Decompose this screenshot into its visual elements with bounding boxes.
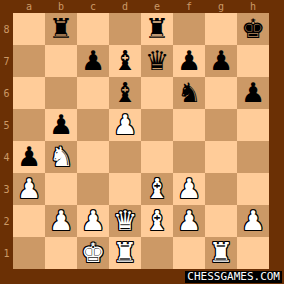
piece-black-king: ♚ bbox=[241, 13, 265, 45]
square-e1 bbox=[141, 237, 173, 269]
piece-black-rook: ♜ bbox=[145, 13, 169, 45]
square-h6: ♟ bbox=[237, 77, 269, 109]
square-a5 bbox=[13, 109, 45, 141]
piece-white-pawn: ♟ bbox=[113, 109, 137, 141]
square-b3 bbox=[45, 173, 77, 205]
piece-white-pawn: ♟ bbox=[177, 205, 201, 237]
square-c3 bbox=[77, 173, 109, 205]
square-a7 bbox=[13, 45, 45, 77]
square-h3 bbox=[237, 173, 269, 205]
piece-white-pawn: ♟ bbox=[81, 205, 105, 237]
piece-black-rook: ♜ bbox=[49, 13, 73, 45]
square-f4 bbox=[173, 141, 205, 173]
piece-black-knight: ♞ bbox=[177, 77, 201, 109]
piece-black-bishop: ♝ bbox=[113, 77, 137, 109]
square-c5 bbox=[77, 109, 109, 141]
file-labels: abcdefgh bbox=[13, 0, 269, 13]
square-f2: ♟ bbox=[173, 205, 205, 237]
square-g1: ♜ bbox=[205, 237, 237, 269]
square-e4 bbox=[141, 141, 173, 173]
square-e3: ♝ bbox=[141, 173, 173, 205]
square-g2 bbox=[205, 205, 237, 237]
piece-white-pawn: ♟ bbox=[241, 205, 265, 237]
square-c1: ♚ bbox=[77, 237, 109, 269]
file-label-e: e bbox=[141, 0, 173, 13]
piece-black-pawn: ♟ bbox=[17, 141, 41, 173]
piece-black-pawn: ♟ bbox=[81, 45, 105, 77]
square-h5 bbox=[237, 109, 269, 141]
file-label-h: h bbox=[237, 0, 269, 13]
square-a6 bbox=[13, 77, 45, 109]
square-g3 bbox=[205, 173, 237, 205]
file-label-d: d bbox=[109, 0, 141, 13]
square-e6 bbox=[141, 77, 173, 109]
file-label-a: a bbox=[13, 0, 45, 13]
square-c8 bbox=[77, 13, 109, 45]
square-d8 bbox=[109, 13, 141, 45]
rank-label-6: 6 bbox=[0, 77, 13, 109]
square-g5 bbox=[205, 109, 237, 141]
square-f3: ♟ bbox=[173, 173, 205, 205]
square-e8: ♜ bbox=[141, 13, 173, 45]
rank-labels: 87654321 bbox=[0, 13, 13, 269]
square-b7 bbox=[45, 45, 77, 77]
square-g7: ♟ bbox=[205, 45, 237, 77]
square-d1: ♜ bbox=[109, 237, 141, 269]
square-h2: ♟ bbox=[237, 205, 269, 237]
square-h4 bbox=[237, 141, 269, 173]
square-b6 bbox=[45, 77, 77, 109]
square-d6: ♝ bbox=[109, 77, 141, 109]
square-c2: ♟ bbox=[77, 205, 109, 237]
rank-label-2: 2 bbox=[0, 205, 13, 237]
square-a8 bbox=[13, 13, 45, 45]
square-b2: ♟ bbox=[45, 205, 77, 237]
watermark: CHESSGAMES.COM bbox=[185, 271, 282, 283]
rank-label-7: 7 bbox=[0, 45, 13, 77]
rank-label-8: 8 bbox=[0, 13, 13, 45]
piece-white-knight: ♞ bbox=[49, 141, 73, 173]
piece-black-pawn: ♟ bbox=[241, 77, 265, 109]
rank-label-5: 5 bbox=[0, 109, 13, 141]
square-e5 bbox=[141, 109, 173, 141]
piece-black-pawn: ♟ bbox=[209, 45, 233, 77]
square-f8 bbox=[173, 13, 205, 45]
piece-white-king: ♚ bbox=[81, 237, 105, 269]
square-a2 bbox=[13, 205, 45, 237]
piece-white-bishop: ♝ bbox=[145, 205, 169, 237]
piece-black-bishop: ♝ bbox=[113, 45, 137, 77]
chess-board: ♜♜♚♟♝♛♟♟♝♞♟♟♟♟♞♟♝♟♟♟♛♝♟♟♚♜♜ bbox=[13, 13, 269, 269]
rank-label-3: 3 bbox=[0, 173, 13, 205]
square-d3 bbox=[109, 173, 141, 205]
rank-label-1: 1 bbox=[0, 237, 13, 269]
square-b8: ♜ bbox=[45, 13, 77, 45]
piece-white-pawn: ♟ bbox=[177, 173, 201, 205]
chess-diagram: abcdefgh 87654321 ♜♜♚♟♝♛♟♟♝♞♟♟♟♟♞♟♝♟♟♟♛♝… bbox=[0, 0, 284, 284]
file-label-g: g bbox=[205, 0, 237, 13]
piece-black-pawn: ♟ bbox=[177, 45, 201, 77]
square-b4: ♞ bbox=[45, 141, 77, 173]
square-f1 bbox=[173, 237, 205, 269]
piece-black-pawn: ♟ bbox=[49, 109, 73, 141]
square-c6 bbox=[77, 77, 109, 109]
square-e2: ♝ bbox=[141, 205, 173, 237]
square-b5: ♟ bbox=[45, 109, 77, 141]
piece-black-queen: ♛ bbox=[145, 45, 169, 77]
square-h8: ♚ bbox=[237, 13, 269, 45]
square-h7 bbox=[237, 45, 269, 77]
square-h1 bbox=[237, 237, 269, 269]
piece-white-pawn: ♟ bbox=[17, 173, 41, 205]
square-g4 bbox=[205, 141, 237, 173]
square-e7: ♛ bbox=[141, 45, 173, 77]
piece-white-rook: ♜ bbox=[209, 237, 233, 269]
square-d2: ♛ bbox=[109, 205, 141, 237]
square-c7: ♟ bbox=[77, 45, 109, 77]
square-d5: ♟ bbox=[109, 109, 141, 141]
file-label-c: c bbox=[77, 0, 109, 13]
square-d7: ♝ bbox=[109, 45, 141, 77]
square-f6: ♞ bbox=[173, 77, 205, 109]
piece-white-queen: ♛ bbox=[113, 205, 137, 237]
square-a1 bbox=[13, 237, 45, 269]
square-a4: ♟ bbox=[13, 141, 45, 173]
square-a3: ♟ bbox=[13, 173, 45, 205]
square-d4 bbox=[109, 141, 141, 173]
square-c4 bbox=[77, 141, 109, 173]
file-label-b: b bbox=[45, 0, 77, 13]
piece-white-rook: ♜ bbox=[113, 237, 137, 269]
square-f7: ♟ bbox=[173, 45, 205, 77]
piece-white-pawn: ♟ bbox=[49, 205, 73, 237]
square-g6 bbox=[205, 77, 237, 109]
file-label-f: f bbox=[173, 0, 205, 13]
square-f5 bbox=[173, 109, 205, 141]
square-g8 bbox=[205, 13, 237, 45]
piece-white-bishop: ♝ bbox=[145, 173, 169, 205]
square-b1 bbox=[45, 237, 77, 269]
rank-label-4: 4 bbox=[0, 141, 13, 173]
